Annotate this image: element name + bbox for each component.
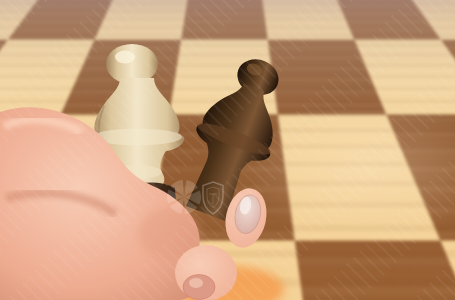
- photo-hand-holding-chess-queens: [0, 0, 455, 300]
- foreground-scene: [0, 0, 455, 300]
- middle-fingernail-shine: [189, 278, 203, 288]
- white-queen-finial-highlight: [115, 51, 135, 64]
- middle-fingertip: [175, 245, 237, 300]
